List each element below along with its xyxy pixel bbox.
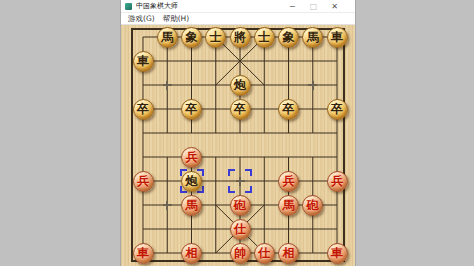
piece-red[interactable]: 砲 [230,195,251,216]
last-move-highlight [228,169,252,193]
piece-black[interactable]: 將 [230,27,251,48]
piece-red[interactable]: 相 [181,243,202,264]
piece-black[interactable]: 馬 [302,27,323,48]
piece-black[interactable]: 象 [278,27,299,48]
piece-red[interactable]: 車 [327,243,348,264]
window-controls: ─ □ ✕ [282,0,345,13]
point-marker [163,201,172,210]
desktop-background: { "window": { "title": "中国象棋大师", "contro… [0,0,474,266]
piece-black[interactable]: 卒 [230,99,251,120]
piece-red[interactable]: 兵 [133,171,154,192]
menu-item-game[interactable]: 游戏(G) [128,14,155,24]
window-title: 中国象棋大师 [136,1,178,11]
piece-red[interactable]: 帥 [230,243,251,264]
piece-red[interactable]: 兵 [278,171,299,192]
board-panel[interactable]: 馬象士將士象馬車車炮卒卒卒卒卒炮兵兵兵兵馬砲馬砲仕車相帥仕相車 [121,25,355,266]
piece-red[interactable]: 車 [133,243,154,264]
piece-black[interactable]: 卒 [278,99,299,120]
piece-red[interactable]: 相 [278,243,299,264]
piece-black[interactable]: 卒 [181,99,202,120]
app-icon [125,3,132,10]
piece-black[interactable]: 車 [133,51,154,72]
piece-black[interactable]: 卒 [327,99,348,120]
title-bar[interactable]: 中国象棋大师 ─ □ ✕ [121,0,355,13]
piece-red[interactable]: 仕 [230,219,251,240]
piece-black[interactable]: 士 [205,27,226,48]
close-button[interactable]: ✕ [324,0,345,13]
piece-black[interactable]: 車 [327,27,348,48]
piece-red[interactable]: 兵 [181,147,202,168]
menu-item-help[interactable]: 帮助(H) [163,14,190,24]
maximize-button[interactable]: □ [303,0,324,13]
piece-black[interactable]: 炮 [230,75,251,96]
piece-black[interactable]: 馬 [157,27,178,48]
point-marker [163,81,172,90]
piece-black[interactable]: 象 [181,27,202,48]
piece-red[interactable]: 馬 [278,195,299,216]
piece-red[interactable]: 砲 [302,195,323,216]
minimize-button[interactable]: ─ [282,0,303,13]
piece-red[interactable]: 仕 [254,243,275,264]
piece-black[interactable]: 士 [254,27,275,48]
app-window: 中国象棋大师 ─ □ ✕ 游戏(G) 帮助(H) 馬象士將士象馬車車炮卒卒卒卒卒… [120,0,356,266]
piece-black[interactable]: 炮 [181,171,202,192]
piece-red[interactable]: 兵 [327,171,348,192]
piece-black[interactable]: 卒 [133,99,154,120]
menu-bar: 游戏(G) 帮助(H) [121,13,355,25]
piece-red[interactable]: 馬 [181,195,202,216]
point-marker [308,81,317,90]
